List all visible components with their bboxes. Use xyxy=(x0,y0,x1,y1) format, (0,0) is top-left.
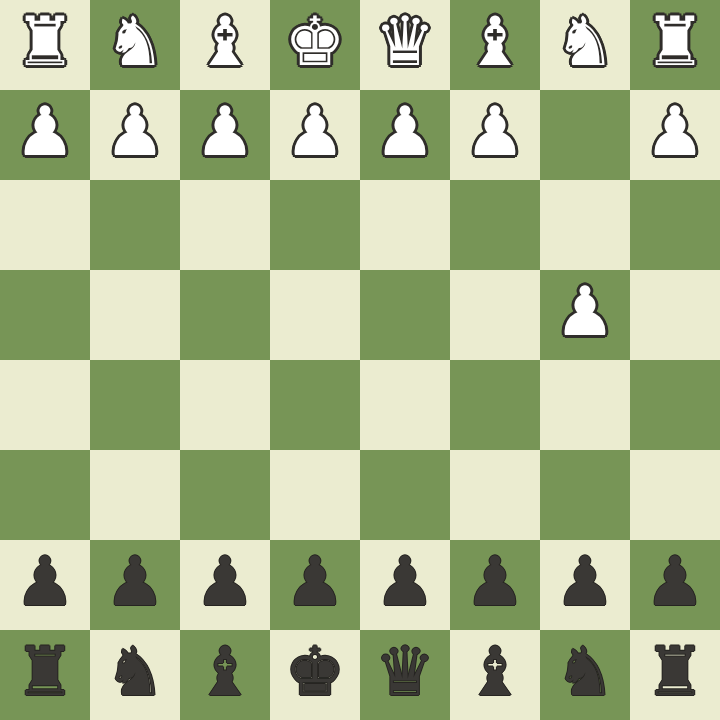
black-bishop-piece[interactable]: ♝ xyxy=(195,627,256,717)
white-pawn-piece[interactable]: ♟ xyxy=(465,87,526,177)
square-h6[interactable] xyxy=(0,450,90,540)
square-a6[interactable] xyxy=(630,450,720,540)
white-pawn-piece[interactable]: ♟ xyxy=(195,87,256,177)
square-f8[interactable]: ♝ xyxy=(180,630,270,720)
square-h8[interactable]: ♜ xyxy=(0,630,90,720)
square-d8[interactable]: ♛ xyxy=(360,630,450,720)
black-pawn-piece[interactable]: ♟ xyxy=(15,537,76,627)
square-e6[interactable] xyxy=(270,450,360,540)
square-g5[interactable] xyxy=(90,360,180,450)
chess-board[interactable]: ♜♞♝♚♛♝♞♜♟♟♟♟♟♟♟♟♟♟♟♟♟♟♟♟♜♞♝♚♛♝♞♜ xyxy=(0,0,720,720)
square-f2[interactable]: ♟ xyxy=(180,90,270,180)
square-d3[interactable] xyxy=(360,180,450,270)
white-bishop-piece[interactable]: ♝ xyxy=(465,0,526,87)
square-g1[interactable]: ♞ xyxy=(90,0,180,90)
square-c1[interactable]: ♝ xyxy=(450,0,540,90)
square-d6[interactable] xyxy=(360,450,450,540)
square-e2[interactable]: ♟ xyxy=(270,90,360,180)
square-f5[interactable] xyxy=(180,360,270,450)
square-b8[interactable]: ♞ xyxy=(540,630,630,720)
square-g2[interactable]: ♟ xyxy=(90,90,180,180)
square-h1[interactable]: ♜ xyxy=(0,0,90,90)
square-g6[interactable] xyxy=(90,450,180,540)
square-d5[interactable] xyxy=(360,360,450,450)
black-pawn-piece[interactable]: ♟ xyxy=(555,537,616,627)
square-b6[interactable] xyxy=(540,450,630,540)
white-pawn-piece[interactable]: ♟ xyxy=(15,87,76,177)
black-knight-piece[interactable]: ♞ xyxy=(555,627,616,717)
black-pawn-piece[interactable]: ♟ xyxy=(105,537,166,627)
square-a2[interactable]: ♟ xyxy=(630,90,720,180)
square-a3[interactable] xyxy=(630,180,720,270)
black-rook-piece[interactable]: ♜ xyxy=(645,627,706,717)
square-g7[interactable]: ♟ xyxy=(90,540,180,630)
square-a4[interactable] xyxy=(630,270,720,360)
white-pawn-piece[interactable]: ♟ xyxy=(375,87,436,177)
square-a8[interactable]: ♜ xyxy=(630,630,720,720)
white-pawn-piece[interactable]: ♟ xyxy=(645,87,706,177)
black-pawn-piece[interactable]: ♟ xyxy=(465,537,526,627)
white-pawn-piece[interactable]: ♟ xyxy=(555,267,616,357)
square-c8[interactable]: ♝ xyxy=(450,630,540,720)
square-d4[interactable] xyxy=(360,270,450,360)
square-f1[interactable]: ♝ xyxy=(180,0,270,90)
square-d7[interactable]: ♟ xyxy=(360,540,450,630)
square-a7[interactable]: ♟ xyxy=(630,540,720,630)
square-b2[interactable] xyxy=(540,90,630,180)
square-g4[interactable] xyxy=(90,270,180,360)
square-c7[interactable]: ♟ xyxy=(450,540,540,630)
white-queen-piece[interactable]: ♛ xyxy=(375,0,436,87)
square-c3[interactable] xyxy=(450,180,540,270)
square-e1[interactable]: ♚ xyxy=(270,0,360,90)
square-h5[interactable] xyxy=(0,360,90,450)
white-rook-piece[interactable]: ♜ xyxy=(645,0,706,87)
black-knight-piece[interactable]: ♞ xyxy=(105,627,166,717)
black-queen-piece[interactable]: ♛ xyxy=(375,627,436,717)
square-h3[interactable] xyxy=(0,180,90,270)
square-b7[interactable]: ♟ xyxy=(540,540,630,630)
square-g8[interactable]: ♞ xyxy=(90,630,180,720)
square-h2[interactable]: ♟ xyxy=(0,90,90,180)
square-f3[interactable] xyxy=(180,180,270,270)
black-king-piece[interactable]: ♚ xyxy=(285,627,346,717)
white-knight-piece[interactable]: ♞ xyxy=(105,0,166,87)
square-c5[interactable] xyxy=(450,360,540,450)
square-e8[interactable]: ♚ xyxy=(270,630,360,720)
square-b4[interactable]: ♟ xyxy=(540,270,630,360)
square-b3[interactable] xyxy=(540,180,630,270)
square-d1[interactable]: ♛ xyxy=(360,0,450,90)
square-e3[interactable] xyxy=(270,180,360,270)
square-h4[interactable] xyxy=(0,270,90,360)
square-e4[interactable] xyxy=(270,270,360,360)
square-h7[interactable]: ♟ xyxy=(0,540,90,630)
white-bishop-piece[interactable]: ♝ xyxy=(195,0,256,87)
black-pawn-piece[interactable]: ♟ xyxy=(645,537,706,627)
white-king-piece[interactable]: ♚ xyxy=(285,0,346,87)
square-c2[interactable]: ♟ xyxy=(450,90,540,180)
white-rook-piece[interactable]: ♜ xyxy=(15,0,76,87)
square-c6[interactable] xyxy=(450,450,540,540)
square-d2[interactable]: ♟ xyxy=(360,90,450,180)
square-a1[interactable]: ♜ xyxy=(630,0,720,90)
black-rook-piece[interactable]: ♜ xyxy=(15,627,76,717)
square-g3[interactable] xyxy=(90,180,180,270)
black-bishop-piece[interactable]: ♝ xyxy=(465,627,526,717)
square-c4[interactable] xyxy=(450,270,540,360)
black-pawn-piece[interactable]: ♟ xyxy=(285,537,346,627)
square-e5[interactable] xyxy=(270,360,360,450)
square-f7[interactable]: ♟ xyxy=(180,540,270,630)
square-b1[interactable]: ♞ xyxy=(540,0,630,90)
black-pawn-piece[interactable]: ♟ xyxy=(375,537,436,627)
square-a5[interactable] xyxy=(630,360,720,450)
white-knight-piece[interactable]: ♞ xyxy=(555,0,616,87)
square-f6[interactable] xyxy=(180,450,270,540)
black-pawn-piece[interactable]: ♟ xyxy=(195,537,256,627)
white-pawn-piece[interactable]: ♟ xyxy=(285,87,346,177)
square-e7[interactable]: ♟ xyxy=(270,540,360,630)
square-f4[interactable] xyxy=(180,270,270,360)
square-b5[interactable] xyxy=(540,360,630,450)
white-pawn-piece[interactable]: ♟ xyxy=(105,87,166,177)
